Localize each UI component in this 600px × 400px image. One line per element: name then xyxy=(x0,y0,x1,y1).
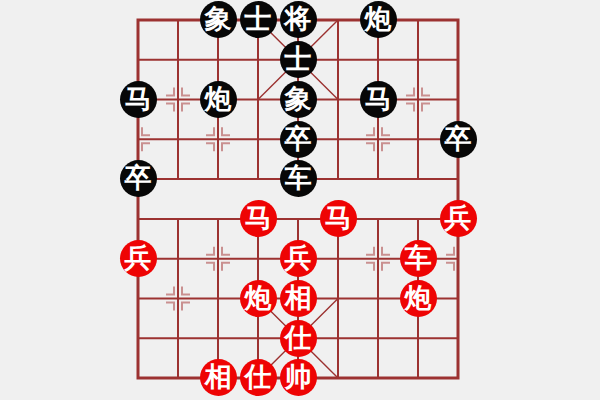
board-intersection-a1[interactable] xyxy=(118,318,158,358)
xiangqi-piece-black[interactable]: 象 xyxy=(200,1,237,38)
board-intersection-i1[interactable] xyxy=(438,318,478,358)
xiangqi-piece-red[interactable]: 兵 xyxy=(120,240,157,277)
board-intersection-a3[interactable]: 兵 xyxy=(118,239,158,279)
xiangqi-piece-black[interactable]: 将 xyxy=(280,1,317,38)
board-intersection-f8[interactable] xyxy=(318,40,358,80)
board-intersection-f6[interactable] xyxy=(318,119,358,159)
board-intersection-h4[interactable] xyxy=(398,199,438,239)
board-intersection-a9[interactable] xyxy=(118,0,158,40)
board-intersection-i6[interactable]: 卒 xyxy=(438,119,478,159)
board-intersection-c0[interactable]: 相 xyxy=(198,358,238,398)
xiangqi-piece-black[interactable]: 炮 xyxy=(360,1,397,38)
board-intersection-b3[interactable] xyxy=(158,239,198,279)
xiangqi-board: 象士将炮士马炮象马卒卒卒车马马兵兵兵车炮相炮仕相仕帅 xyxy=(0,0,600,400)
board-intersection-g8[interactable] xyxy=(358,40,398,80)
board-intersection-b9[interactable] xyxy=(158,0,198,40)
board-intersection-h3[interactable]: 车 xyxy=(398,239,438,279)
xiangqi-piece-red[interactable]: 马 xyxy=(320,200,357,237)
board-intersection-g9[interactable]: 炮 xyxy=(358,0,398,40)
board-intersection-g0[interactable] xyxy=(358,358,398,398)
board-intersection-g2[interactable] xyxy=(358,278,398,318)
board-intersection-g1[interactable] xyxy=(358,318,398,358)
board-intersection-c6[interactable] xyxy=(198,119,238,159)
board-intersection-b2[interactable] xyxy=(158,278,198,318)
board-intersection-f3[interactable] xyxy=(318,239,358,279)
board-intersection-f0[interactable] xyxy=(318,358,358,398)
board-intersection-f5[interactable] xyxy=(318,159,358,199)
board-intersection-i4[interactable]: 兵 xyxy=(438,199,478,239)
board-intersection-h5[interactable] xyxy=(398,159,438,199)
board-intersection-d3[interactable] xyxy=(238,239,278,279)
xiangqi-piece-black[interactable]: 卒 xyxy=(440,121,477,158)
board-intersection-h8[interactable] xyxy=(398,40,438,80)
board-intersection-i5[interactable] xyxy=(438,159,478,199)
board-intersection-h6[interactable] xyxy=(398,119,438,159)
board-intersection-f4[interactable]: 马 xyxy=(318,199,358,239)
board-intersection-b4[interactable] xyxy=(158,199,198,239)
board-intersection-i9[interactable] xyxy=(438,0,478,40)
board-intersection-a7[interactable]: 马 xyxy=(118,80,158,120)
board-intersection-e4[interactable] xyxy=(278,199,318,239)
xiangqi-piece-red[interactable]: 仕 xyxy=(240,359,277,396)
board-intersection-a6[interactable] xyxy=(118,119,158,159)
board-intersection-e6[interactable]: 卒 xyxy=(278,119,318,159)
board-intersection-i2[interactable] xyxy=(438,278,478,318)
xiangqi-piece-black[interactable]: 象 xyxy=(280,81,317,118)
board-intersection-b8[interactable] xyxy=(158,40,198,80)
board-intersection-e8[interactable]: 士 xyxy=(278,40,318,80)
board-intersection-a8[interactable] xyxy=(118,40,158,80)
board-intersection-e1[interactable]: 仕 xyxy=(278,318,318,358)
board-intersection-d8[interactable] xyxy=(238,40,278,80)
board-intersection-d6[interactable] xyxy=(238,119,278,159)
board-intersection-c5[interactable] xyxy=(198,159,238,199)
board-intersection-g7[interactable]: 马 xyxy=(358,80,398,120)
board-intersection-f9[interactable] xyxy=(318,0,358,40)
xiangqi-piece-red[interactable]: 兵 xyxy=(280,240,317,277)
xiangqi-piece-red[interactable]: 兵 xyxy=(440,200,477,237)
board-intersection-h0[interactable] xyxy=(398,358,438,398)
board-intersection-i7[interactable] xyxy=(438,80,478,120)
xiangqi-piece-red[interactable]: 仕 xyxy=(280,320,317,357)
board-intersection-g5[interactable] xyxy=(358,159,398,199)
board-intersection-c4[interactable] xyxy=(198,199,238,239)
xiangqi-piece-red[interactable]: 炮 xyxy=(400,280,437,317)
xiangqi-piece-red[interactable]: 车 xyxy=(400,240,437,277)
board-intersection-h9[interactable] xyxy=(398,0,438,40)
xiangqi-piece-black[interactable]: 马 xyxy=(360,81,397,118)
board-intersection-d7[interactable] xyxy=(238,80,278,120)
xiangqi-piece-black[interactable]: 士 xyxy=(280,41,317,78)
board-intersection-f7[interactable] xyxy=(318,80,358,120)
board-intersection-b6[interactable] xyxy=(158,119,198,159)
board-intersection-g3[interactable] xyxy=(358,239,398,279)
xiangqi-piece-black[interactable]: 卒 xyxy=(280,121,317,158)
xiangqi-piece-red[interactable]: 马 xyxy=(240,200,277,237)
board-intersection-b0[interactable] xyxy=(158,358,198,398)
xiangqi-piece-red[interactable]: 相 xyxy=(280,280,317,317)
xiangqi-piece-black[interactable]: 士 xyxy=(240,1,277,38)
board-intersection-a5[interactable]: 卒 xyxy=(118,159,158,199)
board-intersection-i3[interactable] xyxy=(438,239,478,279)
board-intersection-e0[interactable]: 帅 xyxy=(278,358,318,398)
board-intersection-f2[interactable] xyxy=(318,278,358,318)
board-intersection-c3[interactable] xyxy=(198,239,238,279)
board-intersection-d4[interactable]: 马 xyxy=(238,199,278,239)
xiangqi-piece-black[interactable]: 马 xyxy=(120,81,157,118)
board-intersection-f1[interactable] xyxy=(318,318,358,358)
board-intersection-h7[interactable] xyxy=(398,80,438,120)
board-intersection-a4[interactable] xyxy=(118,199,158,239)
board-intersection-e3[interactable]: 兵 xyxy=(278,239,318,279)
board-intersection-g6[interactable] xyxy=(358,119,398,159)
xiangqi-piece-red[interactable]: 炮 xyxy=(240,280,277,317)
board-intersection-b5[interactable] xyxy=(158,159,198,199)
board-intersection-e5[interactable]: 车 xyxy=(278,159,318,199)
board-intersection-d5[interactable] xyxy=(238,159,278,199)
board-intersection-c1[interactable] xyxy=(198,318,238,358)
board-intersection-g4[interactable] xyxy=(358,199,398,239)
board-intersection-i8[interactable] xyxy=(438,40,478,80)
xiangqi-piece-red[interactable]: 相 xyxy=(200,359,237,396)
board-intersection-d0[interactable]: 仕 xyxy=(238,358,278,398)
board-intersections: 象士将炮士马炮象马卒卒卒车马马兵兵兵车炮相炮仕相仕帅 xyxy=(118,0,478,398)
xiangqi-piece-red[interactable]: 帅 xyxy=(280,359,317,396)
board-intersection-e9[interactable]: 将 xyxy=(278,0,318,40)
board-intersection-c9[interactable]: 象 xyxy=(198,0,238,40)
board-intersection-e2[interactable]: 相 xyxy=(278,278,318,318)
board-intersection-b7[interactable] xyxy=(158,80,198,120)
board-intersection-a2[interactable] xyxy=(118,278,158,318)
board-intersection-h2[interactable]: 炮 xyxy=(398,278,438,318)
board-intersection-a0[interactable] xyxy=(118,358,158,398)
board-intersection-h1[interactable] xyxy=(398,318,438,358)
board-intersection-i0[interactable] xyxy=(438,358,478,398)
xiangqi-piece-black[interactable]: 炮 xyxy=(200,81,237,118)
board-intersection-c8[interactable] xyxy=(198,40,238,80)
board-intersection-c2[interactable] xyxy=(198,278,238,318)
board-intersection-e7[interactable]: 象 xyxy=(278,80,318,120)
board-intersection-d2[interactable]: 炮 xyxy=(238,278,278,318)
xiangqi-piece-black[interactable]: 车 xyxy=(280,160,317,197)
board-intersection-c7[interactable]: 炮 xyxy=(198,80,238,120)
xiangqi-piece-black[interactable]: 卒 xyxy=(120,160,157,197)
board-intersection-b1[interactable] xyxy=(158,318,198,358)
board-intersection-d9[interactable]: 士 xyxy=(238,0,278,40)
board-intersection-d1[interactable] xyxy=(238,318,278,358)
